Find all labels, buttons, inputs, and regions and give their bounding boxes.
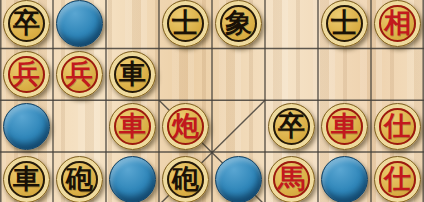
cell-r1c3[interactable]: [106, 0, 159, 49]
cell-r2c6[interactable]: [265, 49, 318, 101]
cell-r2c5[interactable]: [212, 49, 265, 101]
piece-red-soldier-r2c1[interactable]: 兵: [3, 51, 50, 98]
piece-hidden-piece-r1c2[interactable]: [56, 0, 103, 47]
piece-black-soldier-r3c6[interactable]: 卒: [268, 103, 315, 150]
piece-glyph: 馬: [278, 165, 305, 192]
cell-r2c4[interactable]: [159, 49, 212, 101]
piece-glyph: 仕: [384, 165, 411, 192]
piece-glyph: 仕: [384, 112, 411, 139]
piece-glyph: 士: [172, 9, 199, 36]
piece-glyph: 兵: [66, 60, 93, 87]
piece-black-advisor-r1c4[interactable]: 士: [162, 0, 209, 47]
piece-hidden-piece-r4c7[interactable]: [321, 156, 368, 202]
cell-r2c8[interactable]: [371, 49, 424, 101]
cell-r2c7[interactable]: [318, 49, 371, 101]
piece-red-advisor-r4c8[interactable]: 仕: [374, 156, 421, 202]
piece-red-cannon-r3c4[interactable]: 炮: [162, 103, 209, 150]
piece-glyph: 車: [331, 112, 358, 139]
piece-black-advisor-r1c7[interactable]: 士: [321, 0, 368, 47]
piece-black-chariot-r4c1[interactable]: 車: [3, 156, 50, 202]
piece-red-advisor-r3c8[interactable]: 仕: [374, 103, 421, 150]
piece-black-cannon-r4c4[interactable]: 砲: [162, 156, 209, 202]
cell-r1c6[interactable]: [265, 0, 318, 49]
piece-glyph: 卒: [13, 9, 40, 36]
piece-black-soldier-r1c1[interactable]: 卒: [3, 0, 50, 47]
piece-glyph: 象: [225, 9, 252, 36]
piece-glyph: 卒: [278, 112, 305, 139]
cell-r3c5[interactable]: [212, 100, 265, 152]
piece-hidden-piece-r4c5[interactable]: [215, 156, 262, 202]
piece-hidden-piece-r3c1[interactable]: [3, 103, 50, 150]
cell-r3c2[interactable]: [53, 100, 106, 152]
piece-red-elephant-r1c8[interactable]: 相: [374, 0, 421, 47]
piece-glyph: 車: [119, 112, 146, 139]
piece-glyph: 相: [384, 9, 411, 36]
piece-glyph: 砲: [66, 165, 93, 192]
piece-glyph: 砲: [172, 165, 199, 192]
banqi-board: 卒士象士相兵兵車車炮卒車仕車砲砲馬仕: [0, 0, 424, 202]
piece-hidden-piece-r4c3[interactable]: [109, 156, 156, 202]
piece-black-chariot-r2c3[interactable]: 車: [109, 51, 156, 98]
piece-black-cannon-r4c2[interactable]: 砲: [56, 156, 103, 202]
piece-glyph: 炮: [172, 112, 199, 139]
piece-red-chariot-r3c7[interactable]: 車: [321, 103, 368, 150]
piece-red-horse-r4c6[interactable]: 馬: [268, 156, 315, 202]
piece-red-soldier-r2c2[interactable]: 兵: [56, 51, 103, 98]
piece-black-elephant-r1c5[interactable]: 象: [215, 0, 262, 47]
piece-glyph: 兵: [13, 60, 40, 87]
piece-glyph: 車: [13, 165, 40, 192]
piece-glyph: 車: [119, 60, 146, 87]
piece-glyph: 士: [331, 9, 358, 36]
piece-red-chariot-r3c3[interactable]: 車: [109, 103, 156, 150]
